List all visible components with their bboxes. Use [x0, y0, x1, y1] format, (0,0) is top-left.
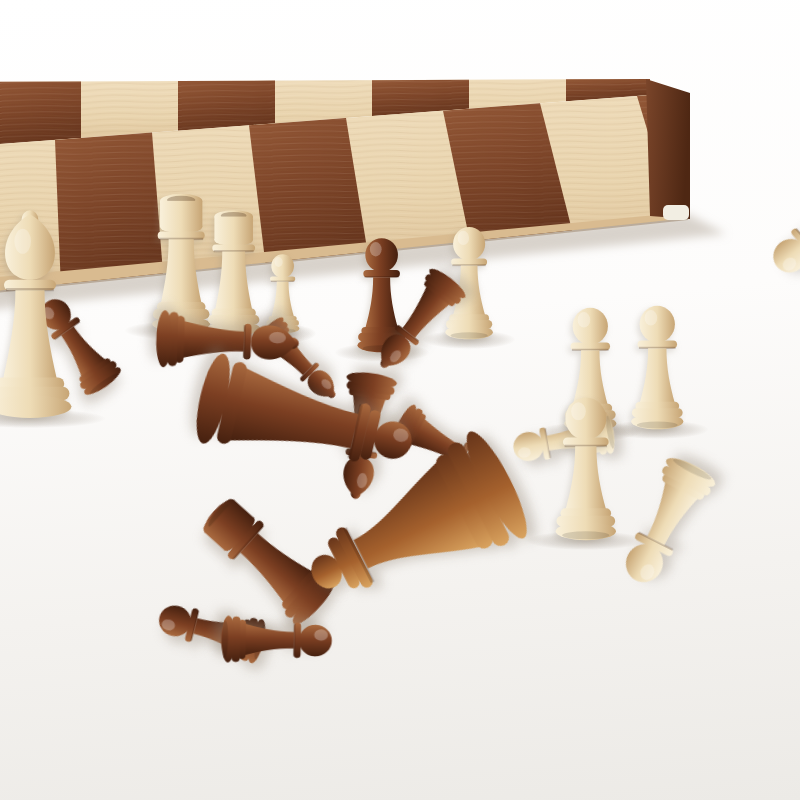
chestnut-king-fallen [279, 416, 546, 639]
light-pawn-fallen-middle-right [501, 403, 619, 479]
dark-rook-icon [181, 476, 347, 637]
dark-pawn-fallen-cluster-right [385, 396, 513, 500]
dark-pawn-icon [144, 585, 271, 672]
dark-pawn-fallen-pile-right [220, 607, 341, 672]
light-pawn-standing-front-shadow [527, 531, 644, 550]
dark-pawn-icon [220, 607, 341, 672]
light-pawn-icon [501, 403, 619, 479]
box-foot-pad [663, 205, 689, 220]
dark-bishop-icon [385, 396, 513, 500]
chestnut-king-icon [279, 416, 546, 639]
light-pawn-standing-right-back-shadow [539, 422, 641, 441]
dark-rook-fallen-bottom-left [181, 476, 347, 637]
dark-queen-fallen-cluster [186, 341, 430, 499]
folded-chessboard [0, 0, 800, 340]
light-pawn-standing-front [545, 386, 627, 541]
chess-set-photo [0, 0, 800, 800]
dark-pawn-fallen-pile-left [144, 585, 271, 672]
light-pawn-fallen-bottom-right [598, 448, 727, 606]
dark-pawn-standing-shadow [335, 343, 429, 362]
light-pawn-icon [545, 386, 627, 541]
light-pawn-icon [598, 448, 727, 606]
light-bishop-standing-left-shadow [0, 409, 105, 428]
dark-queen-icon [186, 341, 430, 499]
light-pawn-standing-far-right-shadow [606, 420, 708, 439]
dark-king-fallen-facing-camera [324, 368, 405, 506]
dark-bishop-icon [324, 368, 405, 506]
